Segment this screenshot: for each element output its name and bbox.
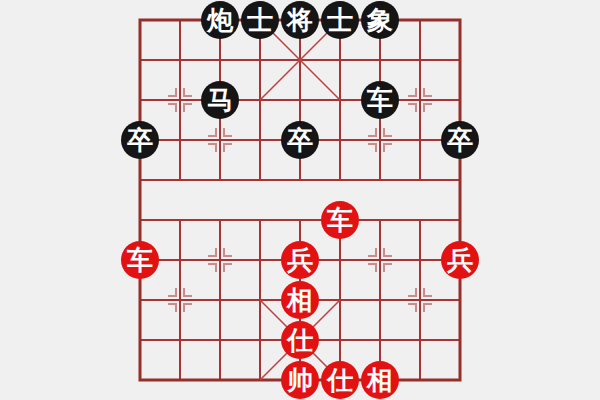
piece-red-elephant[interactable]: 相 xyxy=(361,361,399,399)
piece-red-pawn[interactable]: 兵 xyxy=(281,241,319,279)
xiangqi-app: 炮士将士象马车卒卒卒车车兵兵相仕帅仕相 xyxy=(0,0,600,400)
piece-red-king[interactable]: 帅 xyxy=(281,361,319,399)
piece-black-general[interactable]: 将 xyxy=(281,1,319,39)
piece-black-cannon[interactable]: 炮 xyxy=(201,1,239,39)
piece-black-chariot[interactable]: 车 xyxy=(361,81,399,119)
piece-black-horse[interactable]: 马 xyxy=(201,81,239,119)
piece-red-advisor[interactable]: 仕 xyxy=(321,361,359,399)
piece-black-advisor[interactable]: 士 xyxy=(321,1,359,39)
piece-black-pawn[interactable]: 卒 xyxy=(441,121,479,159)
xiangqi-piece-grid: 炮士将士象马车卒卒卒车车兵兵相仕帅仕相 xyxy=(120,0,480,400)
piece-red-chariot[interactable]: 车 xyxy=(121,241,159,279)
piece-black-advisor[interactable]: 士 xyxy=(241,1,279,39)
piece-black-elephant[interactable]: 象 xyxy=(361,1,399,39)
piece-red-elephant[interactable]: 相 xyxy=(281,281,319,319)
piece-red-pawn[interactable]: 兵 xyxy=(441,241,479,279)
piece-black-pawn[interactable]: 卒 xyxy=(121,121,159,159)
piece-red-advisor[interactable]: 仕 xyxy=(281,321,319,359)
piece-red-chariot[interactable]: 车 xyxy=(321,201,359,239)
piece-black-pawn[interactable]: 卒 xyxy=(281,121,319,159)
